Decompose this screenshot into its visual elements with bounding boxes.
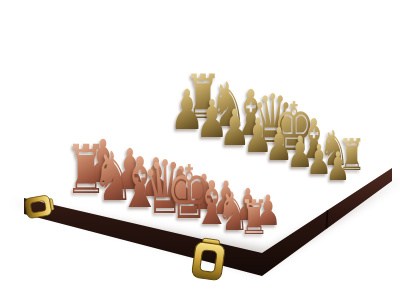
- chess-set-photo-scene: ♜♞♝♛♚♝♞♜♟♟♟♟♟♟♟♟♟♟♟♟♟♟♟♟♜♞♝♛♚♝♞♜: [0, 0, 400, 300]
- piece-brass-pawn-h7[interactable]: ♟: [326, 147, 350, 187]
- pieces-layer: ♜♞♝♛♚♝♞♜♟♟♟♟♟♟♟♟♟♟♟♟♟♟♟♟♜♞♝♛♚♝♞♜: [0, 0, 400, 300]
- piece-copper-rook-h1[interactable]: ♜: [239, 195, 269, 243]
